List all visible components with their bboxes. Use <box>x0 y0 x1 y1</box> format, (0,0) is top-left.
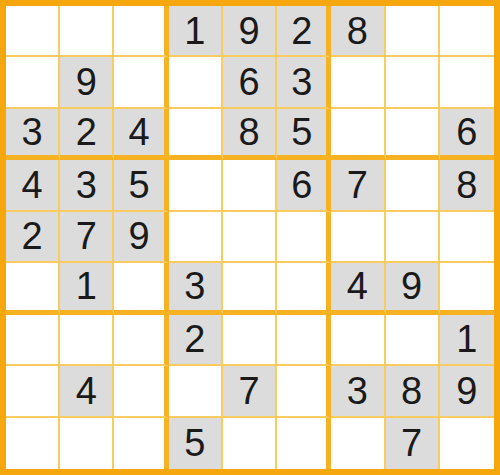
cell-r2c4[interactable] <box>169 57 223 108</box>
cell-r7c3[interactable] <box>114 315 168 366</box>
cell-r2c8[interactable] <box>386 57 440 108</box>
cell-r5c8[interactable] <box>386 212 440 263</box>
cell-r5c4[interactable] <box>169 212 223 263</box>
cell-r1c4: 1 <box>169 6 223 57</box>
cell-r5c7[interactable] <box>331 212 385 263</box>
cell-r3c2: 2 <box>60 109 114 160</box>
cell-r2c6: 3 <box>277 57 331 108</box>
cell-r1c2[interactable] <box>60 6 114 57</box>
cell-r9c3[interactable] <box>114 418 168 469</box>
cell-r2c5: 6 <box>223 57 277 108</box>
cell-r2c1[interactable] <box>6 57 60 108</box>
cell-r7c8[interactable] <box>386 315 440 366</box>
cell-r7c6[interactable] <box>277 315 331 366</box>
cell-r1c1[interactable] <box>6 6 60 57</box>
cell-r6c1[interactable] <box>6 263 60 314</box>
cell-r3c9: 6 <box>440 109 494 160</box>
sudoku-board: 19289633248564356782791349214738957 <box>0 0 500 475</box>
cell-r7c2[interactable] <box>60 315 114 366</box>
cell-r9c2[interactable] <box>60 418 114 469</box>
cell-r6c3[interactable] <box>114 263 168 314</box>
cell-r1c8[interactable] <box>386 6 440 57</box>
cell-r1c3[interactable] <box>114 6 168 57</box>
cell-r8c4[interactable] <box>169 366 223 417</box>
cell-r4c4[interactable] <box>169 160 223 211</box>
cell-r1c5: 9 <box>223 6 277 57</box>
cell-r3c7[interactable] <box>331 109 385 160</box>
cell-r4c7: 7 <box>331 160 385 211</box>
cell-r1c7: 8 <box>331 6 385 57</box>
cell-r8c6[interactable] <box>277 366 331 417</box>
cell-r6c2: 1 <box>60 263 114 314</box>
cell-r8c7: 3 <box>331 366 385 417</box>
cell-r6c7: 4 <box>331 263 385 314</box>
cell-r7c4: 2 <box>169 315 223 366</box>
cell-r7c7[interactable] <box>331 315 385 366</box>
cell-r3c1: 3 <box>6 109 60 160</box>
cell-r2c9[interactable] <box>440 57 494 108</box>
cell-r1c9[interactable] <box>440 6 494 57</box>
cell-r6c9[interactable] <box>440 263 494 314</box>
cell-r9c1[interactable] <box>6 418 60 469</box>
cell-r8c8: 8 <box>386 366 440 417</box>
cell-r9c8: 7 <box>386 418 440 469</box>
cell-r9c5[interactable] <box>223 418 277 469</box>
cell-r4c5[interactable] <box>223 160 277 211</box>
cell-r8c5: 7 <box>223 366 277 417</box>
cell-r2c3[interactable] <box>114 57 168 108</box>
cell-r9c4: 5 <box>169 418 223 469</box>
cell-r5c9[interactable] <box>440 212 494 263</box>
cell-r9c6[interactable] <box>277 418 331 469</box>
cell-r8c3[interactable] <box>114 366 168 417</box>
cell-r6c8: 9 <box>386 263 440 314</box>
cell-r7c9: 1 <box>440 315 494 366</box>
cell-r4c8[interactable] <box>386 160 440 211</box>
cell-r5c1: 2 <box>6 212 60 263</box>
cell-r5c3: 9 <box>114 212 168 263</box>
cell-r3c5: 8 <box>223 109 277 160</box>
cell-r3c4[interactable] <box>169 109 223 160</box>
cell-r8c9: 9 <box>440 366 494 417</box>
cell-r6c4: 3 <box>169 263 223 314</box>
cell-r3c8[interactable] <box>386 109 440 160</box>
cell-r3c3: 4 <box>114 109 168 160</box>
cell-r1c6: 2 <box>277 6 331 57</box>
cell-r4c1: 4 <box>6 160 60 211</box>
cell-r2c7[interactable] <box>331 57 385 108</box>
cell-r4c2: 3 <box>60 160 114 211</box>
cell-r8c1[interactable] <box>6 366 60 417</box>
cell-r5c2: 7 <box>60 212 114 263</box>
cell-r6c6[interactable] <box>277 263 331 314</box>
cell-r8c2: 4 <box>60 366 114 417</box>
cell-r4c6: 6 <box>277 160 331 211</box>
cell-r9c9[interactable] <box>440 418 494 469</box>
cell-r2c2: 9 <box>60 57 114 108</box>
cell-r6c5[interactable] <box>223 263 277 314</box>
cell-r5c5[interactable] <box>223 212 277 263</box>
cell-r5c6[interactable] <box>277 212 331 263</box>
cell-r9c7[interactable] <box>331 418 385 469</box>
cell-r4c3: 5 <box>114 160 168 211</box>
cell-r4c9: 8 <box>440 160 494 211</box>
cell-r7c5[interactable] <box>223 315 277 366</box>
cell-r7c1[interactable] <box>6 315 60 366</box>
cell-r3c6: 5 <box>277 109 331 160</box>
